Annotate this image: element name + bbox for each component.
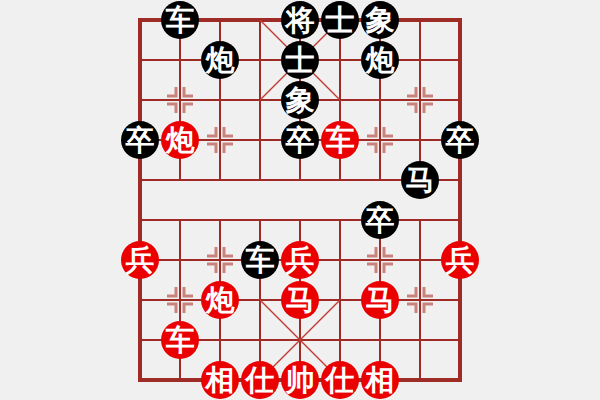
piece-black-elephant[interactable]: 象 <box>361 1 399 39</box>
piece-black-advisor[interactable]: 士 <box>281 41 319 79</box>
piece-red-soldier[interactable]: 兵 <box>281 241 319 279</box>
piece-black-advisor[interactable]: 士 <box>321 1 359 39</box>
piece-black-cannon[interactable]: 炮 <box>201 41 239 79</box>
piece-black-elephant[interactable]: 象 <box>281 81 319 119</box>
piece-red-general[interactable]: 帅 <box>281 361 319 399</box>
piece-red-cannon[interactable]: 炮 <box>161 121 199 159</box>
piece-black-soldier[interactable]: 卒 <box>361 201 399 239</box>
piece-black-horse[interactable]: 马 <box>401 161 439 199</box>
piece-black-soldier[interactable]: 卒 <box>441 121 479 159</box>
piece-red-advisor[interactable]: 仕 <box>241 361 279 399</box>
piece-black-cannon[interactable]: 炮 <box>361 41 399 79</box>
piece-red-chariot[interactable]: 车 <box>161 321 199 359</box>
piece-black-soldier[interactable]: 卒 <box>121 121 159 159</box>
piece-red-cannon[interactable]: 炮 <box>201 281 239 319</box>
piece-red-elephant[interactable]: 相 <box>201 361 239 399</box>
piece-red-soldier[interactable]: 兵 <box>121 241 159 279</box>
piece-layer[interactable]: 车将士象炮士炮象卒炮卒车卒马卒兵车兵兵炮马马车相仕帅仕相 <box>120 0 480 400</box>
piece-red-horse[interactable]: 马 <box>361 281 399 319</box>
xiangqi-board[interactable]: 车将士象炮士炮象卒炮卒车卒马卒兵车兵兵炮马马车相仕帅仕相 <box>0 0 600 400</box>
piece-red-chariot[interactable]: 车 <box>321 121 359 159</box>
piece-red-elephant[interactable]: 相 <box>361 361 399 399</box>
piece-black-general[interactable]: 将 <box>281 1 319 39</box>
piece-red-advisor[interactable]: 仕 <box>321 361 359 399</box>
piece-black-soldier[interactable]: 卒 <box>281 121 319 159</box>
piece-black-chariot[interactable]: 车 <box>241 241 279 279</box>
piece-red-soldier[interactable]: 兵 <box>441 241 479 279</box>
piece-red-horse[interactable]: 马 <box>281 281 319 319</box>
piece-black-chariot[interactable]: 车 <box>161 1 199 39</box>
